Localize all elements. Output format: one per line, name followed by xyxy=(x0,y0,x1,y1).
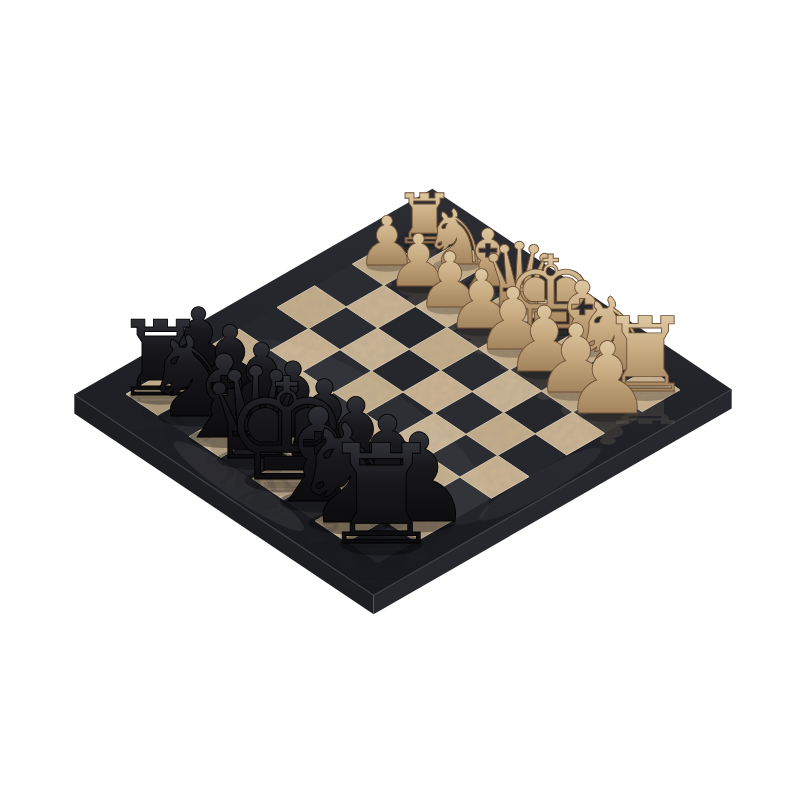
pieces: ♜♜♞♞♟♟♝♝♟♟♛♛♟♟♚♚♟♟♝♝♟♟♞♞♟♟♟♟♜♜♟♟♟♟♜♜♟♟♟♟… xyxy=(114,179,691,600)
piece-tan-pawn: ♟ xyxy=(563,321,652,436)
chess-board-scene: ♜♜♞♞♟♟♝♝♟♟♛♛♟♟♚♚♟♟♝♝♟♟♞♞♟♟♟♟♜♜♟♟♟♟♜♜♟♟♟♟… xyxy=(0,0,800,800)
product-photo: ♜♜♞♞♟♟♝♝♟♟♛♛♟♟♚♚♟♟♝♝♟♟♞♞♟♟♟♟♜♜♟♟♟♟♜♜♟♟♟♟… xyxy=(0,0,800,800)
piece-black-rook: ♜ xyxy=(319,415,443,576)
